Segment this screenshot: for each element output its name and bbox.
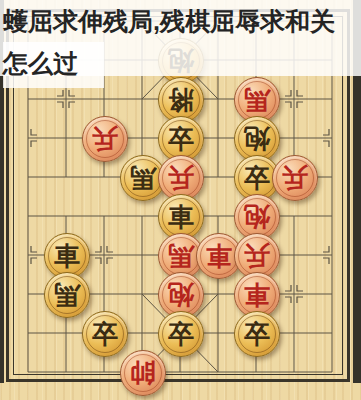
piece-black-卒[interactable]: 卒 — [158, 311, 204, 357]
title-line-1: 蠖屈求伸残局,残棋屈辱求和关 — [3, 7, 335, 35]
piece-black-卒[interactable]: 卒 — [234, 311, 280, 357]
piece-character: 兵 — [92, 117, 118, 161]
piece-black-馬[interactable]: 馬 — [44, 272, 90, 318]
piece-red-兵[interactable]: 兵 — [272, 155, 318, 201]
piece-character: 卒 — [92, 312, 118, 356]
piece-character: 卒 — [168, 312, 194, 356]
piece-red-帥[interactable]: 帥 — [120, 350, 166, 396]
piece-character: 車 — [206, 234, 232, 278]
piece-black-卒[interactable]: 卒 — [82, 311, 128, 357]
piece-character: 兵 — [282, 156, 308, 200]
piece-character: 馬 — [130, 156, 156, 200]
piece-character: 帥 — [130, 351, 156, 395]
puzzle-title: 蠖屈求伸残局,残棋屈辱求和关 怎么过 — [3, 0, 361, 88]
piece-character: 卒 — [244, 312, 270, 356]
piece-red-兵[interactable]: 兵 — [82, 116, 128, 162]
title-line-2: 怎么过 — [3, 42, 104, 88]
piece-character: 馬 — [54, 273, 80, 317]
